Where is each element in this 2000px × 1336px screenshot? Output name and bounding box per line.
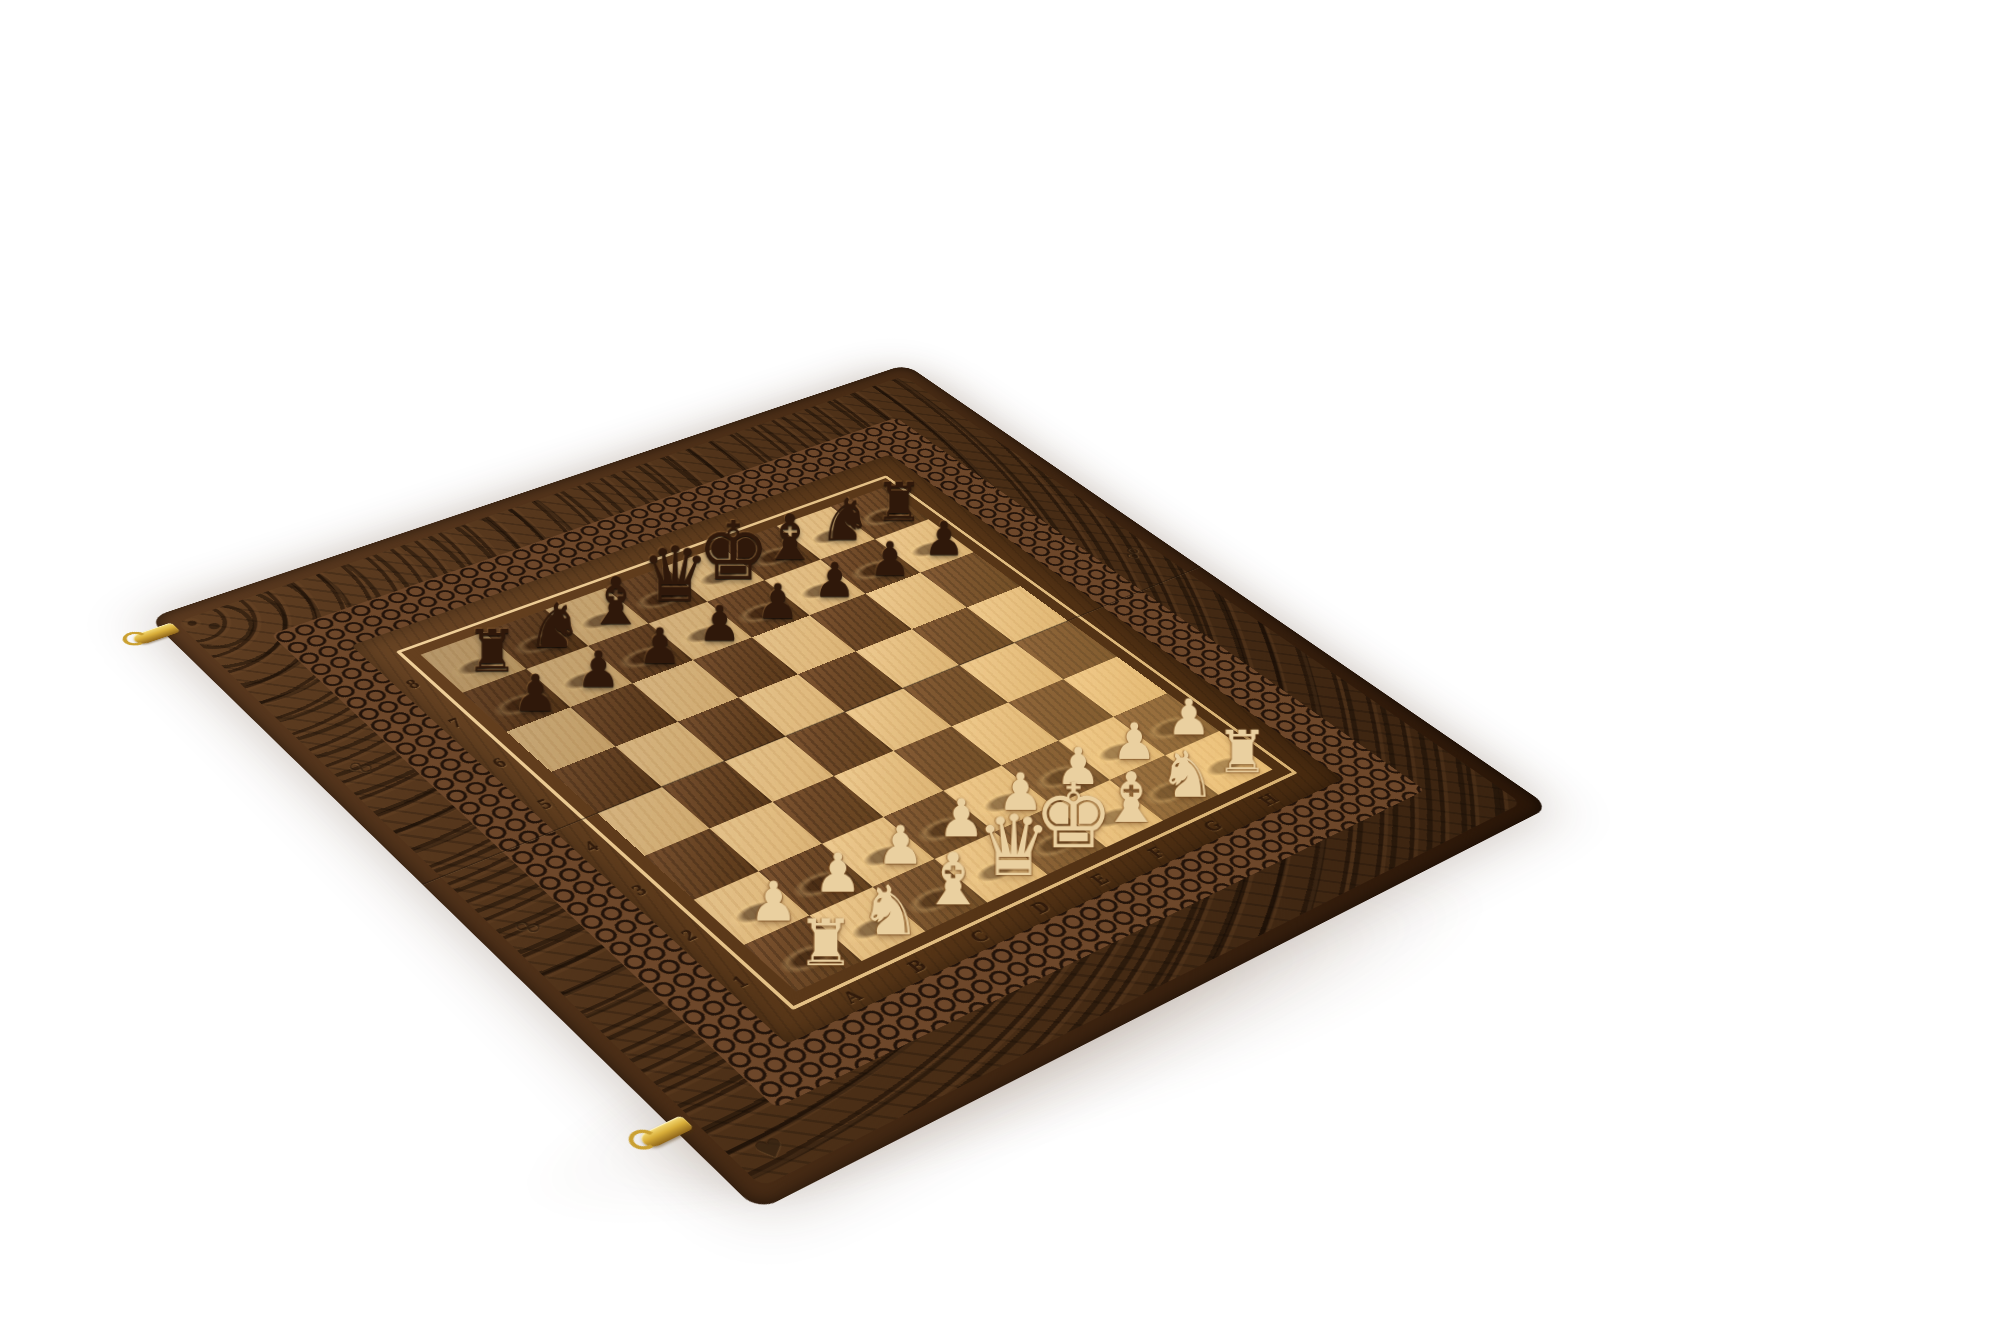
piece-black-pawn[interactable]: ♟ [576, 647, 621, 693]
piece-white-rook[interactable]: ♜ [1216, 726, 1268, 780]
piece-black-knight[interactable]: ♞ [819, 493, 872, 547]
piece-white-pawn[interactable]: ♟ [749, 877, 798, 927]
piece-black-bishop[interactable]: ♝ [586, 572, 645, 632]
piece-white-rook[interactable]: ♜ [797, 914, 855, 973]
piece-white-knight[interactable]: ♞ [859, 880, 921, 944]
piece-black-pawn[interactable]: ♟ [513, 670, 559, 717]
piece-black-pawn[interactable]: ♟ [923, 517, 965, 560]
piece-white-queen[interactable]: ♛ [976, 808, 1051, 885]
piece-black-pawn[interactable]: ♟ [756, 580, 799, 624]
piece-white-knight[interactable]: ♞ [1159, 746, 1217, 805]
piece-black-rook[interactable]: ♜ [875, 478, 923, 527]
chess-backgammon-board: ♜♞♝♛♚♝♞♜♟♟♟♟♟♟♟♟♟♟♟♟♟♟♟♟♜♞♝♛♚♝♞♜ 8765432… [149, 364, 1550, 1211]
rank-label-1: 1 [727, 972, 753, 992]
brass-latch-hook-left[interactable] [130, 622, 181, 645]
piece-black-knight[interactable]: ♞ [527, 598, 583, 655]
piece-white-pawn[interactable]: ♟ [814, 849, 862, 899]
piece-black-pawn[interactable]: ♟ [813, 558, 856, 602]
piece-black-pawn[interactable]: ♟ [698, 601, 742, 646]
piece-white-pawn[interactable]: ♟ [1167, 695, 1212, 741]
piece-black-bishop[interactable]: ♝ [762, 510, 819, 568]
piece-white-pawn[interactable]: ♟ [877, 821, 925, 870]
piece-black-pawn[interactable]: ♟ [638, 624, 682, 670]
piece-white-bishop[interactable]: ♝ [921, 847, 986, 914]
product-photo-canvas: ♜♞♝♛♚♝♞♜♟♟♟♟♟♟♟♟♟♟♟♟♟♟♟♟♜♞♝♛♚♝♞♜ 8765432… [0, 0, 2000, 1336]
piece-black-rook[interactable]: ♜ [466, 625, 518, 679]
piece-black-pawn[interactable]: ♟ [869, 538, 911, 581]
